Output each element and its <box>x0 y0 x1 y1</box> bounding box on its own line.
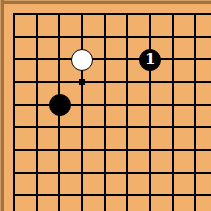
black-stone-C15 <box>49 94 71 116</box>
black-stone-G17: 1 <box>139 49 161 71</box>
white-stone-D17 <box>71 49 93 71</box>
go-board-diagram: 1 <box>0 0 211 211</box>
stones-layer: 1 <box>3 3 207 207</box>
hoshi-point-D16 <box>79 79 85 85</box>
move-number-label: 1 <box>145 52 155 68</box>
